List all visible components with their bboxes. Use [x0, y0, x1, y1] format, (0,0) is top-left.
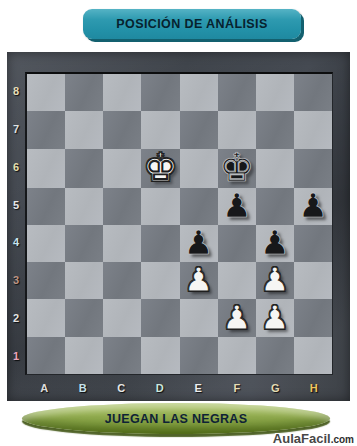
watermark-brand: AulaFacil — [273, 431, 331, 446]
square-c8 — [103, 74, 141, 111]
square-a1 — [27, 337, 65, 374]
file-label-F: F — [218, 375, 257, 401]
square-h6 — [294, 149, 332, 188]
square-d3 — [141, 262, 179, 299]
white-pawn: ♟ — [184, 263, 214, 296]
square-e5 — [180, 188, 218, 225]
square-h8 — [294, 74, 332, 111]
file-label-H: H — [295, 375, 334, 401]
file-label-C: C — [102, 375, 141, 401]
square-g2: ♟ — [256, 299, 294, 336]
square-d7 — [141, 111, 179, 148]
white-king: ♚ — [143, 148, 178, 187]
file-label-E: E — [179, 375, 218, 401]
square-g3: ♟ — [256, 262, 294, 299]
square-a3 — [27, 262, 65, 299]
file-label-D: D — [141, 375, 180, 401]
title-banner-label: POSICIÓN DE ANÁLISIS — [116, 17, 267, 31]
rank-label-1: 1 — [7, 337, 25, 375]
square-g8 — [256, 74, 294, 111]
white-pawn: ♟ — [260, 263, 290, 296]
square-b7 — [65, 111, 103, 148]
square-e1 — [180, 337, 218, 374]
file-label-A: A — [25, 375, 64, 401]
square-d4 — [141, 225, 179, 262]
square-b2 — [65, 299, 103, 336]
square-c7 — [103, 111, 141, 148]
rank-label-8: 8 — [7, 72, 25, 110]
black-pawn: ♟ — [298, 189, 328, 222]
square-h5: ♟ — [294, 188, 332, 225]
square-e4: ♟ — [180, 225, 218, 262]
rank-label-5: 5 — [7, 186, 25, 224]
black-king: ♚ — [219, 148, 254, 187]
file-labels: ABCDEFGH — [25, 375, 333, 401]
square-c6 — [103, 149, 141, 188]
square-h2 — [294, 299, 332, 336]
square-b4 — [65, 225, 103, 262]
chess-board-frame: 87654321 ♚♚♟♟♟♟♟♟♟♟ ABCDEFGH — [7, 52, 350, 401]
file-label-B: B — [64, 375, 103, 401]
square-h4 — [294, 225, 332, 262]
chess-board: ♚♚♟♟♟♟♟♟♟♟ — [25, 72, 333, 375]
square-h7 — [294, 111, 332, 148]
square-e2 — [180, 299, 218, 336]
square-d5 — [141, 188, 179, 225]
square-d2 — [141, 299, 179, 336]
rank-label-6: 6 — [7, 148, 25, 186]
square-b5 — [65, 188, 103, 225]
turn-banner-label: JUEGAN LAS NEGRAS — [105, 412, 248, 426]
square-b6 — [65, 149, 103, 188]
rank-label-2: 2 — [7, 299, 25, 337]
square-c4 — [103, 225, 141, 262]
square-f4 — [218, 225, 256, 262]
black-pawn: ♟ — [184, 226, 214, 259]
file-label-G: G — [256, 375, 295, 401]
square-f7 — [218, 111, 256, 148]
square-e6 — [180, 149, 218, 188]
black-pawn: ♟ — [260, 226, 290, 259]
square-d8 — [141, 74, 179, 111]
square-g6 — [256, 149, 294, 188]
square-g5 — [256, 188, 294, 225]
page: POSICIÓN DE ANÁLISIS 87654321 ♚♚♟♟♟♟♟♟♟♟… — [0, 0, 357, 446]
square-h1 — [294, 337, 332, 374]
rank-labels: 87654321 — [7, 72, 25, 375]
square-g1 — [256, 337, 294, 374]
square-a4 — [27, 225, 65, 262]
square-b3 — [65, 262, 103, 299]
square-f2: ♟ — [218, 299, 256, 336]
square-a8 — [27, 74, 65, 111]
square-f1 — [218, 337, 256, 374]
square-d6: ♚ — [141, 149, 179, 188]
square-g7 — [256, 111, 294, 148]
square-f3 — [218, 262, 256, 299]
white-pawn: ♟ — [260, 301, 290, 334]
square-e7 — [180, 111, 218, 148]
title-banner: POSICIÓN DE ANÁLISIS — [83, 9, 301, 39]
square-g4: ♟ — [256, 225, 294, 262]
rank-label-3: 3 — [7, 261, 25, 299]
square-h3 — [294, 262, 332, 299]
square-a5 — [27, 188, 65, 225]
square-a6 — [27, 149, 65, 188]
white-pawn: ♟ — [222, 301, 252, 334]
square-b8 — [65, 74, 103, 111]
square-c1 — [103, 337, 141, 374]
square-c5 — [103, 188, 141, 225]
square-a2 — [27, 299, 65, 336]
rank-label-7: 7 — [7, 110, 25, 148]
square-c2 — [103, 299, 141, 336]
rank-label-4: 4 — [7, 224, 25, 262]
square-f6: ♚ — [218, 149, 256, 188]
square-a7 — [27, 111, 65, 148]
square-e3: ♟ — [180, 262, 218, 299]
square-e8 — [180, 74, 218, 111]
square-f8 — [218, 74, 256, 111]
square-d1 — [141, 337, 179, 374]
black-pawn: ♟ — [222, 189, 252, 222]
watermark-suffix: .com — [331, 434, 354, 445]
square-b1 — [65, 337, 103, 374]
watermark: AulaFacil.com — [273, 429, 354, 446]
square-c3 — [103, 262, 141, 299]
square-f5: ♟ — [218, 188, 256, 225]
